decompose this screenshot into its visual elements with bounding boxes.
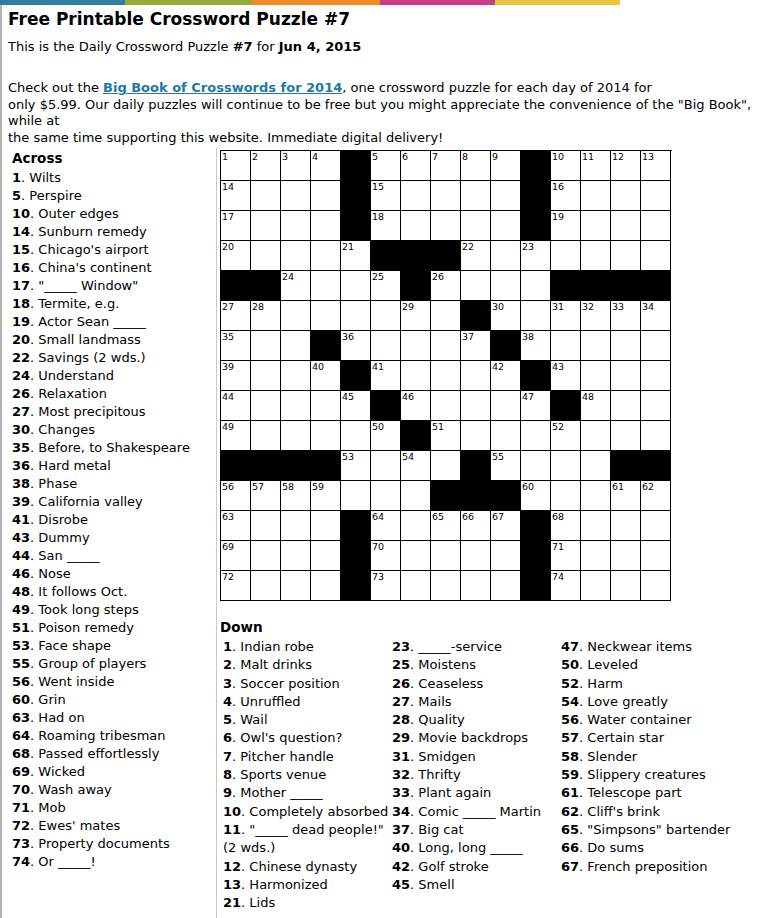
grid-cell-r15c12: 74 (551, 571, 581, 601)
grid-cell-r4c3 (281, 241, 311, 271)
across-clue-64: 64. Roaming tribesman (12, 727, 214, 745)
cell-number-63: 63 (222, 511, 234, 522)
grid-cell-r7c8 (431, 331, 461, 361)
grid-cell-r4c15 (641, 241, 671, 271)
cell-number-53: 53 (342, 451, 354, 462)
grid-cell-r6c11 (521, 301, 551, 331)
cell-number-49: 49 (222, 421, 234, 432)
cell-number-3: 3 (282, 151, 288, 162)
cell-number-18: 18 (372, 211, 384, 222)
grid-cell-r2c2 (251, 181, 281, 211)
grid-cell-r12c14: 61 (611, 481, 641, 511)
cell-number-40: 40 (312, 361, 324, 372)
grid-cell-r1c15: 13 (641, 151, 671, 181)
grid-cell-r3c4 (311, 211, 341, 241)
cell-number-44: 44 (222, 391, 234, 402)
grid-cell-r8c5-black (341, 361, 371, 391)
grid-cell-r8c1: 39 (221, 361, 251, 391)
grid-cell-r8c9 (461, 361, 491, 391)
grid-cell-r8c7 (401, 361, 431, 391)
down-column-1: 1. Indian robe2. Malt drinks3. Soccer po… (223, 638, 388, 912)
grid-cell-r6c12: 31 (551, 301, 581, 331)
grid-cell-r14c14 (611, 541, 641, 571)
down-clue-21: 21. Lids (223, 894, 388, 912)
grid-cell-r7c6 (371, 331, 401, 361)
grid-cell-r7c12 (551, 331, 581, 361)
cell-number-28: 28 (252, 301, 264, 312)
cell-number-64: 64 (372, 511, 384, 522)
grid-cell-r12c13 (581, 481, 611, 511)
grid-cell-r3c3 (281, 211, 311, 241)
cell-number-33: 33 (612, 301, 624, 312)
across-panel: Across 1. Wilts5. Perspire10. Outer edge… (12, 150, 214, 871)
cell-number-9: 9 (492, 151, 498, 162)
window-left-edge (0, 5, 2, 918)
down-clue-11: 11. "_____ dead people!" (223, 821, 388, 839)
cell-number-47: 47 (522, 391, 534, 402)
grid-cell-r4c6-black (371, 241, 401, 271)
cell-number-43: 43 (552, 361, 564, 372)
grid-cell-r2c7 (401, 181, 431, 211)
grid-cell-r4c5: 21 (341, 241, 371, 271)
down-clue-6: 6. Owl's question? (223, 729, 388, 747)
grid-cell-r14c15 (641, 541, 671, 571)
grid-cell-r13c14 (611, 511, 641, 541)
grid-cell-r15c10 (491, 571, 521, 601)
grid-cell-r12c4: 59 (311, 481, 341, 511)
grid-cell-r14c12: 71 (551, 541, 581, 571)
grid-cell-r15c5-black (341, 571, 371, 601)
grid-cell-r13c1: 63 (221, 511, 251, 541)
down-clue-11-continuation: (2 wds.) (223, 839, 388, 857)
cell-number-48: 48 (582, 391, 594, 402)
cell-number-17: 17 (222, 211, 234, 222)
cell-number-12: 12 (612, 151, 624, 162)
across-clue-63: 63. Had on (12, 709, 214, 727)
grid-cell-r13c12: 68 (551, 511, 581, 541)
across-clue-24: 24. Understand (12, 367, 214, 385)
across-clue-15: 15. Chicago's airport (12, 241, 214, 259)
grid-cell-r3c7 (401, 211, 431, 241)
cell-number-66: 66 (462, 511, 474, 522)
grid-cell-r7c1: 35 (221, 331, 251, 361)
across-clue-43: 43. Dummy (12, 529, 214, 547)
down-clue-8: 8. Sports venue (223, 766, 388, 784)
grid-cell-r9c6-black (371, 391, 401, 421)
grid-cell-r6c9-black (461, 301, 491, 331)
cell-number-38: 38 (522, 331, 534, 342)
down-panel: Down 1. Indian robe2. Malt drinks3. Socc… (220, 619, 755, 638)
grid-cell-r13c5-black (341, 511, 371, 541)
cell-number-30: 30 (492, 301, 504, 312)
grid-cell-r15c13 (581, 571, 611, 601)
grid-cell-r13c2 (251, 511, 281, 541)
big-book-link[interactable]: Big Book of Crosswords for 2014 (103, 80, 342, 95)
cell-number-67: 67 (492, 511, 504, 522)
cell-number-13: 13 (642, 151, 654, 162)
subtitle: This is the Daily Crossword Puzzle #7 fo… (8, 39, 361, 54)
grid-cell-r1c10: 9 (491, 151, 521, 181)
cell-number-23: 23 (522, 241, 534, 252)
grid-cell-r13c11-black (521, 511, 551, 541)
cell-number-1: 1 (222, 151, 228, 162)
down-clue-37: 37. Big cat (392, 821, 541, 839)
grid-cell-r12c7 (401, 481, 431, 511)
topbar-segment-orange (252, 0, 380, 5)
down-clue-31: 31. Smidgen (392, 748, 541, 766)
grid-cell-r13c7 (401, 511, 431, 541)
topbar-segment-green (125, 0, 252, 5)
grid-cell-r11c4-black (311, 451, 341, 481)
cell-number-61: 61 (612, 481, 624, 492)
grid-cell-r10c14 (611, 421, 641, 451)
grid-cell-r15c3 (281, 571, 311, 601)
grid-cell-r5c3: 24 (281, 271, 311, 301)
grid-cell-r5c7-black (401, 271, 431, 301)
grid-cell-r14c1: 69 (221, 541, 251, 571)
cell-number-50: 50 (372, 421, 384, 432)
grid-cell-r3c11-black (521, 211, 551, 241)
grid-cell-r7c14 (611, 331, 641, 361)
cell-number-11: 11 (582, 151, 594, 162)
grid-cell-r2c5-black (341, 181, 371, 211)
grid-cell-r5c12-black (551, 271, 581, 301)
grid-cell-r14c7 (401, 541, 431, 571)
cell-number-8: 8 (462, 151, 468, 162)
cell-number-7: 7 (432, 151, 438, 162)
grid-cell-r2c8 (431, 181, 461, 211)
cell-number-6: 6 (402, 151, 408, 162)
promo-line1-rest: , one crossword puzzle for each day of 2… (342, 80, 652, 95)
across-clue-72: 72. Ewes' mates (12, 817, 214, 835)
grid-cell-r9c13: 48 (581, 391, 611, 421)
down-heading: Down (220, 619, 755, 635)
grid-cell-r9c7: 46 (401, 391, 431, 421)
grid-cell-r13c9: 66 (461, 511, 491, 541)
grid-cell-r9c9 (461, 391, 491, 421)
grid-cell-r1c4: 4 (311, 151, 341, 181)
down-clue-58: 58. Slender (561, 748, 730, 766)
grid-cell-r8c14 (611, 361, 641, 391)
cell-number-74: 74 (552, 571, 564, 582)
grid-cell-r6c4 (311, 301, 341, 331)
grid-cell-r4c1: 20 (221, 241, 251, 271)
across-clue-55: 55. Group of players (12, 655, 214, 673)
cell-number-68: 68 (552, 511, 564, 522)
grid-cell-r15c14 (611, 571, 641, 601)
grid-cell-r3c9 (461, 211, 491, 241)
across-clue-49: 49. Took long steps (12, 601, 214, 619)
cell-number-56: 56 (222, 481, 234, 492)
down-clue-33: 33. Plant again (392, 784, 541, 802)
grid-cell-r15c7 (401, 571, 431, 601)
cell-number-52: 52 (552, 421, 564, 432)
grid-cell-r11c13 (581, 451, 611, 481)
grid-cell-r11c9-black (461, 451, 491, 481)
grid-cell-r14c8 (431, 541, 461, 571)
grid-cell-r15c9 (461, 571, 491, 601)
cell-number-41: 41 (372, 361, 384, 372)
grid-cell-r9c8 (431, 391, 461, 421)
down-clue-40: 40. Long, long _____ (392, 839, 541, 857)
across-clue-56: 56. Went inside (12, 673, 214, 691)
cell-number-20: 20 (222, 241, 234, 252)
cell-number-69: 69 (222, 541, 234, 552)
down-clue-56: 56. Water container (561, 711, 730, 729)
grid-cell-r9c5: 45 (341, 391, 371, 421)
grid-cell-r9c14 (611, 391, 641, 421)
down-clue-57: 57. Certain star (561, 729, 730, 747)
grid-cell-r15c11-black (521, 571, 551, 601)
down-clue-67: 67. French preposition (561, 858, 730, 876)
down-clue-59: 59. Slippery creatures (561, 766, 730, 784)
cell-number-2: 2 (252, 151, 258, 162)
cell-number-72: 72 (222, 571, 234, 582)
down-clue-2: 2. Malt drinks (223, 656, 388, 674)
across-clue-17: 17. "_____ Window" (12, 277, 214, 295)
grid-cell-r7c10-black (491, 331, 521, 361)
grid-cell-r11c2-black (251, 451, 281, 481)
cell-number-70: 70 (372, 541, 384, 552)
grid-cell-r10c4 (311, 421, 341, 451)
grid-cell-r5c6: 25 (371, 271, 401, 301)
down-clue-29: 29. Movie backdrops (392, 729, 541, 747)
subtitle-date: Jun 4, 2015 (279, 39, 362, 54)
grid-cell-r12c9-black (461, 481, 491, 511)
grid-cell-r10c11 (521, 421, 551, 451)
cell-number-54: 54 (402, 451, 414, 462)
down-clue-25: 25. Moistens (392, 656, 541, 674)
grid-cell-r3c13 (581, 211, 611, 241)
grid-cell-r11c11 (521, 451, 551, 481)
across-clue-68: 68. Passed effortlessly (12, 745, 214, 763)
grid-cell-r2c15 (641, 181, 671, 211)
across-clue-27: 27. Most precipitous (12, 403, 214, 421)
topbar-segment-teal (0, 0, 125, 5)
down-clue-3: 3. Soccer position (223, 675, 388, 693)
grid-cell-r9c1: 44 (221, 391, 251, 421)
grid-cell-r15c4 (311, 571, 341, 601)
grid-cell-r15c6: 73 (371, 571, 401, 601)
down-column-2: 23. _____-service25. Moistens26. Ceasele… (392, 638, 541, 894)
down-clue-61: 61. Telescope part (561, 784, 730, 802)
grid-cell-r8c12: 43 (551, 361, 581, 391)
across-clue-71: 71. Mob (12, 799, 214, 817)
down-clue-4: 4. Unruffled (223, 693, 388, 711)
grid-cell-r4c9: 22 (461, 241, 491, 271)
grid-cell-r5c15-black (641, 271, 671, 301)
grid-cell-r9c4 (311, 391, 341, 421)
grid-cell-r14c2 (251, 541, 281, 571)
subtitle-for: for (253, 39, 279, 54)
down-clue-26: 26. Ceaseless (392, 675, 541, 693)
grid-cell-r11c7: 54 (401, 451, 431, 481)
cell-number-35: 35 (222, 331, 234, 342)
across-clue-list: 1. Wilts5. Perspire10. Outer edges14. Su… (12, 169, 214, 871)
grid-cell-r12c2: 57 (251, 481, 281, 511)
down-clue-12: 12. Chinese dynasty (223, 858, 388, 876)
grid-cell-r11c8 (431, 451, 461, 481)
cell-number-60: 60 (522, 481, 534, 492)
grid-cell-r5c14-black (611, 271, 641, 301)
across-clue-53: 53. Face shape (12, 637, 214, 655)
grid-cell-r2c10 (491, 181, 521, 211)
grid-cell-r5c13-black (581, 271, 611, 301)
grid-cell-r8c13 (581, 361, 611, 391)
grid-cell-r5c11 (521, 271, 551, 301)
grid-cell-r4c2 (251, 241, 281, 271)
grid-cell-r1c9: 8 (461, 151, 491, 181)
promo-line3: the same time supporting this website. I… (8, 130, 443, 145)
grid-cell-r7c7 (401, 331, 431, 361)
across-clue-19: 19. Actor Sean _____ (12, 313, 214, 331)
across-clue-46: 46. Nose (12, 565, 214, 583)
grid-cell-r4c10 (491, 241, 521, 271)
grid-cell-r7c9: 37 (461, 331, 491, 361)
across-clue-5: 5. Perspire (12, 187, 214, 205)
across-clue-10: 10. Outer edges (12, 205, 214, 223)
grid-cell-r2c9 (461, 181, 491, 211)
cell-number-21: 21 (342, 241, 354, 252)
down-clue-23: 23. _____-service (392, 638, 541, 656)
across-clue-16: 16. China's continent (12, 259, 214, 277)
cell-number-19: 19 (552, 211, 564, 222)
grid-cell-r2c12: 16 (551, 181, 581, 211)
grid-cell-r2c3 (281, 181, 311, 211)
across-clue-22: 22. Savings (2 wds.) (12, 349, 214, 367)
cell-number-65: 65 (432, 511, 444, 522)
cell-number-25: 25 (372, 271, 384, 282)
grid-cell-r10c1: 49 (221, 421, 251, 451)
grid-cell-r8c11-black (521, 361, 551, 391)
grid-cell-r9c12-black (551, 391, 581, 421)
grid-cell-r10c9 (461, 421, 491, 451)
down-clue-28: 28. Quality (392, 711, 541, 729)
down-clue-65: 65. "Simpsons" bartender (561, 821, 730, 839)
grid-cell-r1c2: 2 (251, 151, 281, 181)
cell-number-32: 32 (582, 301, 594, 312)
grid-cell-r4c13 (581, 241, 611, 271)
topbar-segment-yellow (495, 0, 620, 5)
grid-cell-r6c3 (281, 301, 311, 331)
cell-number-37: 37 (462, 331, 474, 342)
grid-cell-r14c6: 70 (371, 541, 401, 571)
grid-cell-r9c2 (251, 391, 281, 421)
grid-cell-r9c15 (641, 391, 671, 421)
grid-cell-r10c5 (341, 421, 371, 451)
grid-cell-r8c3 (281, 361, 311, 391)
down-clue-27: 27. Mails (392, 693, 541, 711)
cell-number-29: 29 (402, 301, 414, 312)
across-clue-51: 51. Poison remedy (12, 619, 214, 637)
grid-cell-r8c4: 40 (311, 361, 341, 391)
grid-cell-r15c15 (641, 571, 671, 601)
grid-cell-r8c15 (641, 361, 671, 391)
grid-cell-r10c13 (581, 421, 611, 451)
grid-cell-r3c10 (491, 211, 521, 241)
crossword-grid: 1234567891011121314151617181920212223242… (220, 150, 672, 601)
grid-cell-r1c14: 12 (611, 151, 641, 181)
across-clue-30: 30. Changes (12, 421, 214, 439)
grid-cell-r13c8: 65 (431, 511, 461, 541)
grid-cell-r6c14: 33 (611, 301, 641, 331)
grid-cell-r10c3 (281, 421, 311, 451)
cell-number-15: 15 (372, 181, 384, 192)
cell-number-46: 46 (402, 391, 414, 402)
grid-cell-r14c10 (491, 541, 521, 571)
down-clue-1: 1. Indian robe (223, 638, 388, 656)
grid-cell-r12c3: 58 (281, 481, 311, 511)
grid-cell-r14c9 (461, 541, 491, 571)
grid-cell-r7c2 (251, 331, 281, 361)
grid-cell-r4c11: 23 (521, 241, 551, 271)
grid-cell-r11c12 (551, 451, 581, 481)
grid-cell-r7c15 (641, 331, 671, 361)
grid-cell-r11c3-black (281, 451, 311, 481)
across-clue-1: 1. Wilts (12, 169, 214, 187)
grid-cell-r3c14 (611, 211, 641, 241)
grid-cell-r15c8 (431, 571, 461, 601)
grid-cell-r8c6: 41 (371, 361, 401, 391)
grid-cell-r4c8-black (431, 241, 461, 271)
grid-cell-r1c7: 6 (401, 151, 431, 181)
grid-cell-r10c8: 51 (431, 421, 461, 451)
grid-cell-r8c8 (431, 361, 461, 391)
grid-cell-r5c5 (341, 271, 371, 301)
down-clue-54: 54. Love greatly (561, 693, 730, 711)
across-clue-36: 36. Hard metal (12, 457, 214, 475)
grid-cell-r10c15 (641, 421, 671, 451)
grid-cell-r9c3 (281, 391, 311, 421)
down-clue-45: 45. Smell (392, 876, 541, 894)
cell-number-5: 5 (372, 151, 378, 162)
across-heading: Across (12, 150, 214, 166)
grid-cell-r6c7: 29 (401, 301, 431, 331)
across-clue-60: 60. Grin (12, 691, 214, 709)
down-clue-47: 47. Neckwear items (561, 638, 730, 656)
grid-cell-r14c3 (281, 541, 311, 571)
across-clue-26: 26. Relaxation (12, 385, 214, 403)
down-clue-42: 42. Golf stroke (392, 858, 541, 876)
across-clue-20: 20. Small landmass (12, 331, 214, 349)
down-column-3: 47. Neckwear items50. Leveled52. Harm54.… (561, 638, 730, 876)
grid-cell-r12c5 (341, 481, 371, 511)
cell-number-73: 73 (372, 571, 384, 582)
grid-cell-r11c14-black (611, 451, 641, 481)
down-clue-62: 62. Cliff's brink (561, 803, 730, 821)
grid-cell-r12c10-black (491, 481, 521, 511)
grid-cell-r1c1: 1 (221, 151, 251, 181)
grid-cell-r10c7-black (401, 421, 431, 451)
grid-cell-r15c2 (251, 571, 281, 601)
grid-cell-r3c6: 18 (371, 211, 401, 241)
grid-cell-r9c10 (491, 391, 521, 421)
grid-cell-r6c1: 27 (221, 301, 251, 331)
grid-cell-r7c5: 36 (341, 331, 371, 361)
grid-cell-r13c10: 67 (491, 511, 521, 541)
across-clue-48: 48. It follows Oct. (12, 583, 214, 601)
grid-cell-r15c1: 72 (221, 571, 251, 601)
cell-number-14: 14 (222, 181, 234, 192)
grid-cell-r11c6 (371, 451, 401, 481)
grid-cell-r2c11-black (521, 181, 551, 211)
grid-cell-r4c7-black (401, 241, 431, 271)
across-clue-39: 39. California valley (12, 493, 214, 511)
across-clue-73: 73. Property documents (12, 835, 214, 853)
grid-cell-r13c4 (311, 511, 341, 541)
cell-number-36: 36 (342, 331, 354, 342)
grid-cell-r2c14 (611, 181, 641, 211)
